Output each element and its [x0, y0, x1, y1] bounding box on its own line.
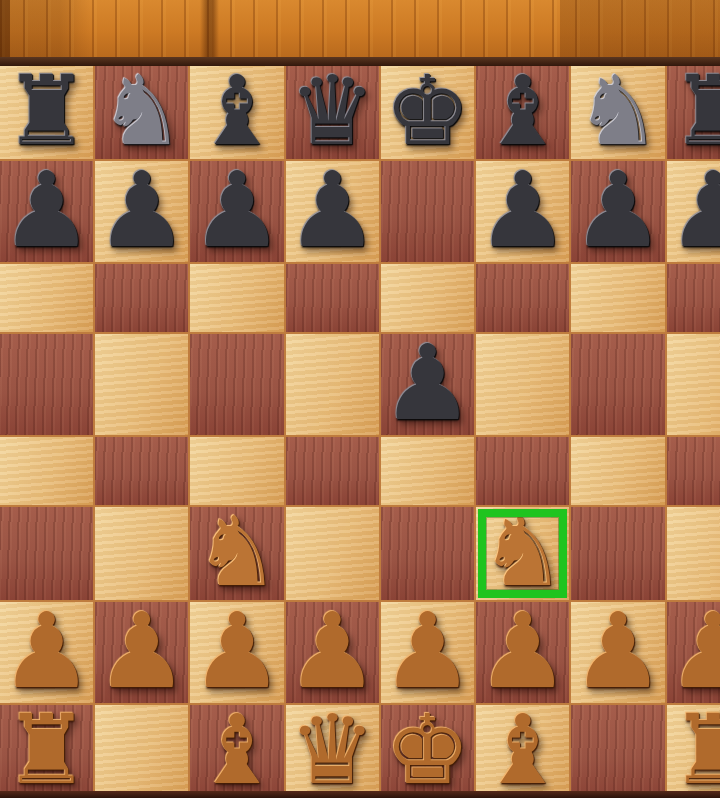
square-d7[interactable]: ♟: [286, 161, 379, 262]
square-d1[interactable]: ♛: [286, 705, 379, 798]
square-c4[interactable]: [190, 437, 283, 505]
piece-white-queen[interactable]: ♛: [289, 705, 375, 796]
square-g7[interactable]: ♟: [571, 161, 664, 262]
board-bottom-edge: [0, 791, 720, 798]
square-h3[interactable]: [667, 507, 720, 600]
board: ♜♞♝♛♚♝♞♜♟♟♟♟♟♟♟♟♞♞♟♟♟♟♟♟♟♟♜♝♛♚♝♜: [0, 66, 720, 798]
square-g6[interactable]: [571, 264, 664, 332]
square-h4[interactable]: [667, 437, 720, 505]
piece-white-pawn[interactable]: ♟: [476, 602, 569, 701]
square-a8[interactable]: ♜: [0, 66, 93, 159]
square-c8[interactable]: ♝: [190, 66, 283, 159]
square-h6[interactable]: [667, 264, 720, 332]
table-wood-plank: [0, 0, 720, 57]
piece-white-pawn[interactable]: ♟: [381, 602, 474, 701]
piece-black-pawn[interactable]: ♟: [0, 161, 93, 260]
square-c1[interactable]: ♝: [190, 705, 283, 798]
square-d4[interactable]: [286, 437, 379, 505]
piece-black-pawn[interactable]: ♟: [381, 334, 474, 433]
square-a6[interactable]: [0, 264, 93, 332]
square-b2[interactable]: ♟: [95, 602, 188, 703]
piece-white-pawn[interactable]: ♟: [571, 602, 664, 701]
square-d6[interactable]: [286, 264, 379, 332]
piece-white-bishop[interactable]: ♝: [480, 705, 566, 796]
square-e4[interactable]: [381, 437, 474, 505]
square-f5[interactable]: [476, 334, 569, 435]
square-d5[interactable]: [286, 334, 379, 435]
piece-black-pawn[interactable]: ♟: [667, 161, 720, 260]
piece-white-rook[interactable]: ♜: [4, 705, 90, 796]
square-b3[interactable]: [95, 507, 188, 600]
square-f1[interactable]: ♝: [476, 705, 569, 798]
piece-black-pawn[interactable]: ♟: [476, 161, 569, 260]
square-e3[interactable]: [381, 507, 474, 600]
piece-white-pawn[interactable]: ♟: [0, 602, 93, 701]
piece-black-pawn[interactable]: ♟: [95, 161, 188, 260]
piece-black-pawn[interactable]: ♟: [571, 161, 664, 260]
piece-white-king[interactable]: ♚: [385, 705, 471, 796]
square-g5[interactable]: [571, 334, 664, 435]
square-a3[interactable]: [0, 507, 93, 600]
square-f4[interactable]: [476, 437, 569, 505]
square-h1[interactable]: ♜: [667, 705, 720, 798]
square-e2[interactable]: ♟: [381, 602, 474, 703]
piece-black-queen[interactable]: ♛: [289, 66, 375, 157]
piece-black-knight[interactable]: ♞: [99, 66, 185, 157]
square-c5[interactable]: [190, 334, 283, 435]
piece-white-pawn[interactable]: ♟: [190, 602, 283, 701]
square-c2[interactable]: ♟: [190, 602, 283, 703]
piece-black-rook[interactable]: ♜: [4, 66, 90, 157]
square-a7[interactable]: ♟: [0, 161, 93, 262]
square-c7[interactable]: ♟: [190, 161, 283, 262]
square-g2[interactable]: ♟: [571, 602, 664, 703]
chess-app-screen: ♜♞♝♛♚♝♞♜♟♟♟♟♟♟♟♟♞♞♟♟♟♟♟♟♟♟♜♝♛♚♝♜: [0, 0, 720, 798]
square-a5[interactable]: [0, 334, 93, 435]
square-d3[interactable]: [286, 507, 379, 600]
square-h2[interactable]: ♟: [667, 602, 720, 703]
square-e7[interactable]: [381, 161, 474, 262]
piece-black-knight[interactable]: ♞: [575, 66, 661, 157]
piece-white-pawn[interactable]: ♟: [286, 602, 379, 701]
piece-black-pawn[interactable]: ♟: [190, 161, 283, 260]
square-b8[interactable]: ♞: [95, 66, 188, 159]
square-g8[interactable]: ♞: [571, 66, 664, 159]
piece-black-bishop[interactable]: ♝: [194, 66, 280, 157]
square-a1[interactable]: ♜: [0, 705, 93, 798]
square-b5[interactable]: [95, 334, 188, 435]
square-c6[interactable]: [190, 264, 283, 332]
square-c3[interactable]: ♞: [190, 507, 283, 600]
piece-white-knight[interactable]: ♞: [194, 507, 280, 598]
square-f2[interactable]: ♟: [476, 602, 569, 703]
square-f6[interactable]: [476, 264, 569, 332]
square-f3[interactable]: ♞: [476, 507, 569, 600]
square-b4[interactable]: [95, 437, 188, 505]
piece-white-bishop[interactable]: ♝: [194, 705, 280, 796]
square-b7[interactable]: ♟: [95, 161, 188, 262]
piece-white-knight[interactable]: ♞: [480, 507, 566, 598]
square-b1[interactable]: [95, 705, 188, 798]
square-g1[interactable]: [571, 705, 664, 798]
piece-white-rook[interactable]: ♜: [670, 705, 720, 796]
square-f7[interactable]: ♟: [476, 161, 569, 262]
square-d8[interactable]: ♛: [286, 66, 379, 159]
piece-white-pawn[interactable]: ♟: [667, 602, 720, 701]
square-e8[interactable]: ♚: [381, 66, 474, 159]
square-e5[interactable]: ♟: [381, 334, 474, 435]
piece-black-pawn[interactable]: ♟: [286, 161, 379, 260]
piece-black-rook[interactable]: ♜: [670, 66, 720, 157]
square-h5[interactable]: [667, 334, 720, 435]
piece-black-bishop[interactable]: ♝: [480, 66, 566, 157]
square-a2[interactable]: ♟: [0, 602, 93, 703]
square-e1[interactable]: ♚: [381, 705, 474, 798]
square-d2[interactable]: ♟: [286, 602, 379, 703]
square-f8[interactable]: ♝: [476, 66, 569, 159]
square-g3[interactable]: [571, 507, 664, 600]
square-h8[interactable]: ♜: [667, 66, 720, 159]
piece-white-pawn[interactable]: ♟: [95, 602, 188, 701]
square-b6[interactable]: [95, 264, 188, 332]
square-g4[interactable]: [571, 437, 664, 505]
square-a4[interactable]: [0, 437, 93, 505]
piece-black-king[interactable]: ♚: [385, 66, 471, 157]
square-h7[interactable]: ♟: [667, 161, 720, 262]
